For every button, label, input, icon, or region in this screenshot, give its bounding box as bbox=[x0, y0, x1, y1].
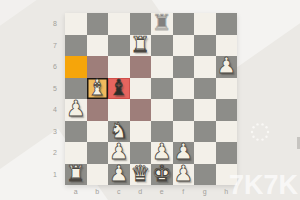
piece-ghost-rook-e8[interactable]: ♜ bbox=[151, 12, 173, 34]
square-g5[interactable] bbox=[194, 78, 216, 100]
piece-white-king-e1[interactable]: ♚ bbox=[151, 162, 173, 184]
right-edge-mark bbox=[297, 137, 300, 149]
square-f5[interactable] bbox=[173, 78, 195, 100]
piece-white-bishop-b5[interactable]: ♝ bbox=[87, 76, 109, 98]
square-d7[interactable]: ♜ bbox=[130, 35, 152, 57]
square-d6[interactable] bbox=[130, 56, 152, 78]
piece-white-pawn-c2[interactable]: ♟ bbox=[108, 141, 130, 163]
piece-black-bishop-c5[interactable]: ♝ bbox=[108, 76, 130, 98]
square-h3[interactable] bbox=[216, 121, 238, 143]
piece-white-knight-c3[interactable]: ♞ bbox=[108, 119, 130, 141]
square-b7[interactable] bbox=[87, 35, 109, 57]
square-b4[interactable] bbox=[87, 99, 109, 121]
file-label-g: g bbox=[194, 185, 216, 197]
rank-label-7: 7 bbox=[46, 35, 60, 57]
rank-label-4: 4 bbox=[46, 99, 60, 121]
piece-white-pawn-e2[interactable]: ♟ bbox=[151, 141, 173, 163]
square-f1[interactable]: ♟ bbox=[173, 164, 195, 186]
chess-board: ♜♜♟♝♝♟♞♟♟♟♜♟♛♚♟ bbox=[65, 13, 237, 185]
square-h2[interactable] bbox=[216, 142, 238, 164]
rank-label-5: 5 bbox=[46, 78, 60, 100]
piece-white-pawn-a4[interactable]: ♟ bbox=[65, 98, 87, 120]
square-e7[interactable] bbox=[151, 35, 173, 57]
square-g8[interactable] bbox=[194, 13, 216, 35]
square-a6[interactable] bbox=[65, 56, 87, 78]
square-a3[interactable] bbox=[65, 121, 87, 143]
square-h4[interactable] bbox=[216, 99, 238, 121]
square-a7[interactable] bbox=[65, 35, 87, 57]
game-screen: 87654321 ♜♜♟♝♝♟♞♟♟♟♜♟♛♚♟ abcdefgh 7K7K bbox=[0, 0, 300, 200]
piece-white-rook-d7[interactable]: ♜ bbox=[130, 33, 152, 55]
file-label-b: b bbox=[87, 185, 109, 197]
file-label-c: c bbox=[108, 185, 130, 197]
square-b5[interactable]: ♝ bbox=[87, 78, 109, 100]
square-g7[interactable] bbox=[194, 35, 216, 57]
square-c1[interactable]: ♟ bbox=[108, 164, 130, 186]
square-c7[interactable] bbox=[108, 35, 130, 57]
rank-label-3: 3 bbox=[46, 121, 60, 143]
square-b3[interactable] bbox=[87, 121, 109, 143]
square-g4[interactable] bbox=[194, 99, 216, 121]
square-d3[interactable] bbox=[130, 121, 152, 143]
square-f4[interactable] bbox=[173, 99, 195, 121]
square-a1[interactable]: ♜ bbox=[65, 164, 87, 186]
square-c8[interactable] bbox=[108, 13, 130, 35]
square-h6[interactable]: ♟ bbox=[216, 56, 238, 78]
square-b1[interactable] bbox=[87, 164, 109, 186]
square-h8[interactable] bbox=[216, 13, 238, 35]
square-e1[interactable]: ♚ bbox=[151, 164, 173, 186]
square-e4[interactable] bbox=[151, 99, 173, 121]
rank-label-2: 2 bbox=[46, 142, 60, 164]
file-label-a: a bbox=[65, 185, 87, 197]
piece-white-pawn-f1[interactable]: ♟ bbox=[173, 162, 195, 184]
file-label-d: d bbox=[130, 185, 152, 197]
square-g1[interactable] bbox=[194, 164, 216, 186]
square-f6[interactable] bbox=[173, 56, 195, 78]
rank-label-8: 8 bbox=[46, 13, 60, 35]
square-f7[interactable] bbox=[173, 35, 195, 57]
square-a8[interactable] bbox=[65, 13, 87, 35]
file-label-f: f bbox=[173, 185, 195, 197]
square-e8[interactable]: ♜ bbox=[151, 13, 173, 35]
square-e6[interactable] bbox=[151, 56, 173, 78]
square-e5[interactable] bbox=[151, 78, 173, 100]
rank-label-6: 6 bbox=[46, 56, 60, 78]
dotted-circle-ornament bbox=[259, 131, 261, 133]
square-d1[interactable]: ♛ bbox=[130, 164, 152, 186]
square-b2[interactable] bbox=[87, 142, 109, 164]
square-d4[interactable] bbox=[130, 99, 152, 121]
file-labels: abcdefgh bbox=[65, 185, 237, 197]
piece-white-queen-d1[interactable]: ♛ bbox=[130, 162, 152, 184]
piece-white-pawn-h6[interactable]: ♟ bbox=[216, 55, 238, 77]
piece-white-pawn-c1[interactable]: ♟ bbox=[108, 162, 130, 184]
square-a4[interactable]: ♟ bbox=[65, 99, 87, 121]
rank-labels: 87654321 bbox=[46, 13, 60, 185]
square-f8[interactable] bbox=[173, 13, 195, 35]
square-h5[interactable] bbox=[216, 78, 238, 100]
square-g3[interactable] bbox=[194, 121, 216, 143]
file-label-e: e bbox=[151, 185, 173, 197]
piece-white-pawn-f2[interactable]: ♟ bbox=[173, 141, 195, 163]
site-watermark: 7K7K bbox=[229, 172, 298, 199]
square-d5[interactable] bbox=[130, 78, 152, 100]
rank-label-1: 1 bbox=[46, 164, 60, 186]
square-g6[interactable] bbox=[194, 56, 216, 78]
square-g2[interactable] bbox=[194, 142, 216, 164]
piece-white-rook-a1[interactable]: ♜ bbox=[65, 162, 87, 184]
square-c5[interactable]: ♝ bbox=[108, 78, 130, 100]
square-b8[interactable] bbox=[87, 13, 109, 35]
